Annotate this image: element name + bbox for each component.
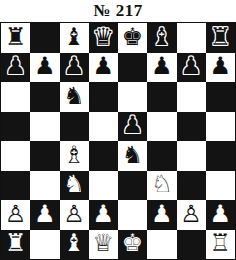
square-f7[interactable]: ♟	[147, 53, 176, 83]
piece-black-pawn: ♟	[34, 54, 56, 78]
square-c4[interactable]: ♗	[60, 141, 89, 171]
square-a5[interactable]	[1, 112, 30, 142]
square-h4[interactable]	[206, 141, 235, 171]
square-b8[interactable]	[30, 23, 59, 53]
piece-white-knight: ♘	[151, 172, 173, 196]
square-c3[interactable]: ♞	[60, 171, 89, 201]
square-b7[interactable]: ♟	[30, 53, 59, 83]
piece-white-pawn: ♟	[210, 202, 232, 226]
square-b6[interactable]	[30, 82, 59, 112]
square-d7[interactable]: ♟	[89, 53, 118, 83]
piece-black-rook: ♜	[210, 25, 232, 49]
square-e6[interactable]	[118, 82, 147, 112]
square-g1[interactable]	[177, 230, 206, 260]
piece-white-pawn: ♙	[180, 202, 202, 226]
square-f5[interactable]	[147, 112, 176, 142]
piece-black-rook: ♜	[5, 25, 27, 49]
square-a8[interactable]: ♜	[1, 23, 30, 53]
piece-white-pawn: ♟	[34, 202, 56, 226]
piece-black-pawn: ♟	[93, 54, 115, 78]
square-e1[interactable]: ♚	[118, 230, 147, 260]
piece-white-rook: ♜	[5, 231, 27, 255]
square-d4[interactable]	[89, 141, 118, 171]
square-g5[interactable]	[177, 112, 206, 142]
square-a4[interactable]	[1, 141, 30, 171]
piece-black-pawn: ♟	[122, 113, 144, 137]
square-c8[interactable]: ♝	[60, 23, 89, 53]
square-e3[interactable]	[118, 171, 147, 201]
piece-white-pawn: ♙	[63, 202, 85, 226]
square-g8[interactable]	[177, 23, 206, 53]
square-g6[interactable]	[177, 82, 206, 112]
square-c6[interactable]: ♞	[60, 82, 89, 112]
piece-black-pawn: ♟	[63, 54, 85, 78]
square-e7[interactable]	[118, 53, 147, 83]
square-a3[interactable]	[1, 171, 30, 201]
chess-board: ♜♝♛♚♝♜♟♟♟♟♟♟♟♞♟♗♞♞♘♙♟♙♟♟♙♟♜♝♕♚♖	[0, 22, 236, 260]
square-c7[interactable]: ♟	[60, 53, 89, 83]
square-h6[interactable]	[206, 82, 235, 112]
piece-white-king: ♚	[122, 231, 144, 255]
square-g4[interactable]	[177, 141, 206, 171]
square-a6[interactable]	[1, 82, 30, 112]
piece-black-pawn: ♟	[180, 54, 202, 78]
square-g7[interactable]: ♟	[177, 53, 206, 83]
piece-white-rook: ♖	[210, 231, 232, 255]
square-c1[interactable]: ♝	[60, 230, 89, 260]
chess-diagram-page: № 217 ♜♝♛♚♝♜♟♟♟♟♟♟♟♞♟♗♞♞♘♙♟♙♟♟♙♟♜♝♕♚♖	[0, 0, 236, 260]
square-b5[interactable]	[30, 112, 59, 142]
square-f4[interactable]	[147, 141, 176, 171]
puzzle-number-title: № 217	[0, 0, 236, 22]
piece-black-knight: ♞	[122, 143, 144, 167]
piece-white-pawn: ♟	[151, 202, 173, 226]
square-f2[interactable]: ♟	[147, 200, 176, 230]
square-f8[interactable]: ♝	[147, 23, 176, 53]
square-f6[interactable]	[147, 82, 176, 112]
square-d6[interactable]	[89, 82, 118, 112]
square-a7[interactable]: ♟	[1, 53, 30, 83]
square-c5[interactable]	[60, 112, 89, 142]
square-g3[interactable]	[177, 171, 206, 201]
square-h2[interactable]: ♟	[206, 200, 235, 230]
square-e4[interactable]: ♞	[118, 141, 147, 171]
square-b2[interactable]: ♟	[30, 200, 59, 230]
square-d2[interactable]: ♟	[89, 200, 118, 230]
piece-black-queen: ♛	[93, 25, 115, 49]
piece-black-bishop: ♝	[63, 25, 85, 49]
square-h1[interactable]: ♖	[206, 230, 235, 260]
piece-black-pawn: ♟	[210, 54, 232, 78]
square-f3[interactable]: ♘	[147, 171, 176, 201]
square-d8[interactable]: ♛	[89, 23, 118, 53]
square-e8[interactable]: ♚	[118, 23, 147, 53]
square-d5[interactable]	[89, 112, 118, 142]
square-d1[interactable]: ♕	[89, 230, 118, 260]
piece-white-knight: ♞	[63, 172, 85, 196]
piece-black-pawn: ♟	[5, 54, 27, 78]
square-e5[interactable]: ♟	[118, 112, 147, 142]
square-g2[interactable]: ♙	[177, 200, 206, 230]
square-a1[interactable]: ♜	[1, 230, 30, 260]
piece-black-pawn: ♟	[151, 54, 173, 78]
piece-white-queen: ♕	[93, 231, 115, 255]
square-h3[interactable]	[206, 171, 235, 201]
piece-white-bishop: ♝	[63, 231, 85, 255]
piece-black-knight: ♞	[63, 84, 85, 108]
square-c2[interactable]: ♙	[60, 200, 89, 230]
square-b1[interactable]	[30, 230, 59, 260]
square-e2[interactable]	[118, 200, 147, 230]
piece-white-pawn: ♙	[5, 202, 27, 226]
piece-black-king: ♚	[122, 25, 144, 49]
piece-black-bishop: ♝	[151, 25, 173, 49]
square-h8[interactable]: ♜	[206, 23, 235, 53]
square-b3[interactable]	[30, 171, 59, 201]
piece-white-bishop: ♗	[63, 143, 85, 167]
square-f1[interactable]	[147, 230, 176, 260]
square-a2[interactable]: ♙	[1, 200, 30, 230]
square-d3[interactable]	[89, 171, 118, 201]
piece-white-pawn: ♟	[93, 202, 115, 226]
square-b4[interactable]	[30, 141, 59, 171]
square-h5[interactable]	[206, 112, 235, 142]
square-h7[interactable]: ♟	[206, 53, 235, 83]
